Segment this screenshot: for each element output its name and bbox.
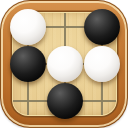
board-intersection (47, 9, 84, 46)
black-stone (10, 46, 46, 82)
board-intersection (10, 46, 47, 83)
board-intersection (84, 9, 121, 46)
stones-layer (10, 9, 121, 120)
white-stone (10, 9, 46, 45)
board-intersection (47, 83, 84, 120)
go-app-icon[interactable] (0, 0, 128, 128)
board-intersection (84, 46, 121, 83)
white-stone (47, 46, 83, 82)
board-intersection (47, 46, 84, 83)
black-stone (84, 9, 120, 45)
white-stone (84, 46, 120, 82)
black-stone (47, 83, 83, 119)
screenshot-background (0, 0, 128, 128)
board-intersection (10, 9, 47, 46)
go-board (12, 12, 117, 116)
board-intersection (84, 83, 121, 120)
board-intersection (10, 83, 47, 120)
